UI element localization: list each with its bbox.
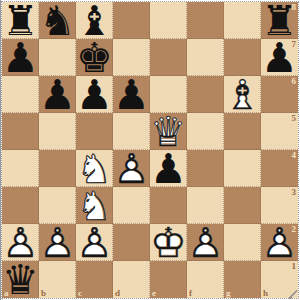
square-g6[interactable]: ♝♗ [224,76,261,113]
square-b6[interactable]: ♟ [39,76,76,113]
square-a7[interactable]: ♟ [2,39,39,76]
file-label-c: c [78,288,82,298]
rank-label-7: 7 [292,40,297,49]
square-b4[interactable] [39,150,76,187]
square-f4[interactable] [187,150,224,187]
window-edge-line [0,0,1,300]
white-pawn-a2[interactable]: ♟♙ [2,224,38,260]
black-pawn-a7[interactable]: ♟ [2,39,38,75]
square-g3[interactable] [224,187,261,224]
file-label-f: f [189,288,192,298]
square-a1[interactable]: a♛ [2,261,39,298]
square-f7[interactable] [187,39,224,76]
square-e7[interactable] [150,39,187,76]
pen-mark-icon [287,286,299,298]
square-b8[interactable]: ♞ [39,2,76,39]
square-e2[interactable]: ♚♔ [150,224,187,261]
square-d1[interactable]: d [113,261,150,298]
black-king-c7[interactable]: ♚ [76,39,112,75]
rank-label-8: 8 [292,3,297,12]
square-c2[interactable]: ♟♙ [76,224,113,261]
square-e4[interactable]: ♟ [150,150,187,187]
black-knight-b8[interactable]: ♞ [39,2,75,38]
black-bishop-c8[interactable]: ♝ [76,2,112,38]
square-f6[interactable] [187,76,224,113]
square-f5[interactable] [187,113,224,150]
rank-label-6: 6 [292,77,297,86]
file-label-g: g [226,288,231,298]
rank-label-2: 2 [292,225,297,234]
square-h4[interactable]: 4 [261,150,298,187]
square-g8[interactable] [224,2,261,39]
square-a5[interactable] [2,113,39,150]
chess-board: ♜♞♝8♜♟♚7♟♟♟♟♝♗6♛♕5♞♘♟♙♟4♞♘3♟♙♟♙♟♙♚♔♟♙2♟♙… [1,1,299,299]
white-pawn-d4[interactable]: ♟♙ [113,150,149,186]
rank-label-3: 3 [292,188,297,197]
file-label-b: b [41,288,46,298]
black-pawn-c6[interactable]: ♟ [76,76,112,112]
rank-label-5: 5 [292,114,297,123]
square-h5[interactable]: 5 [261,113,298,150]
rank-label-4: 4 [292,151,297,160]
square-b2[interactable]: ♟♙ [39,224,76,261]
square-h7[interactable]: 7♟ [261,39,298,76]
file-label-d: d [115,288,120,298]
square-e8[interactable] [150,2,187,39]
white-bishop-g6[interactable]: ♝♗ [224,76,260,112]
square-d4[interactable]: ♟♙ [113,150,150,187]
square-a4[interactable] [2,150,39,187]
white-queen-e5[interactable]: ♛♕ [150,113,186,149]
white-king-e2[interactable]: ♚♔ [150,224,186,260]
black-pawn-e4[interactable]: ♟ [150,150,186,186]
square-g4[interactable] [224,150,261,187]
square-h2[interactable]: 2♟♙ [261,224,298,261]
white-pawn-f2[interactable]: ♟♙ [187,224,223,260]
square-d2[interactable] [113,224,150,261]
square-f8[interactable] [187,2,224,39]
black-pawn-b6[interactable]: ♟ [39,76,75,112]
white-knight-c4[interactable]: ♞♘ [76,150,112,186]
file-label-h: h [263,288,268,298]
file-label-a: a [4,288,9,298]
chess-diagram: ♜♞♝8♜♟♚7♟♟♟♟♝♗6♛♕5♞♘♟♙♟4♞♘3♟♙♟♙♟♙♚♔♟♙2♟♙… [0,0,300,300]
square-d6[interactable]: ♟ [113,76,150,113]
black-pawn-d6[interactable]: ♟ [113,76,149,112]
black-rook-a8[interactable]: ♜ [2,2,38,38]
white-pawn-b2[interactable]: ♟♙ [39,224,75,260]
square-f2[interactable]: ♟♙ [187,224,224,261]
square-g1[interactable]: g [224,261,261,298]
white-knight-c3[interactable]: ♞♘ [76,187,112,223]
white-pawn-c2[interactable]: ♟♙ [76,224,112,260]
rank-label-1: 1 [292,262,297,271]
square-g2[interactable] [224,224,261,261]
file-label-e: e [152,288,156,298]
square-c6[interactable]: ♟ [76,76,113,113]
square-d8[interactable] [113,2,150,39]
